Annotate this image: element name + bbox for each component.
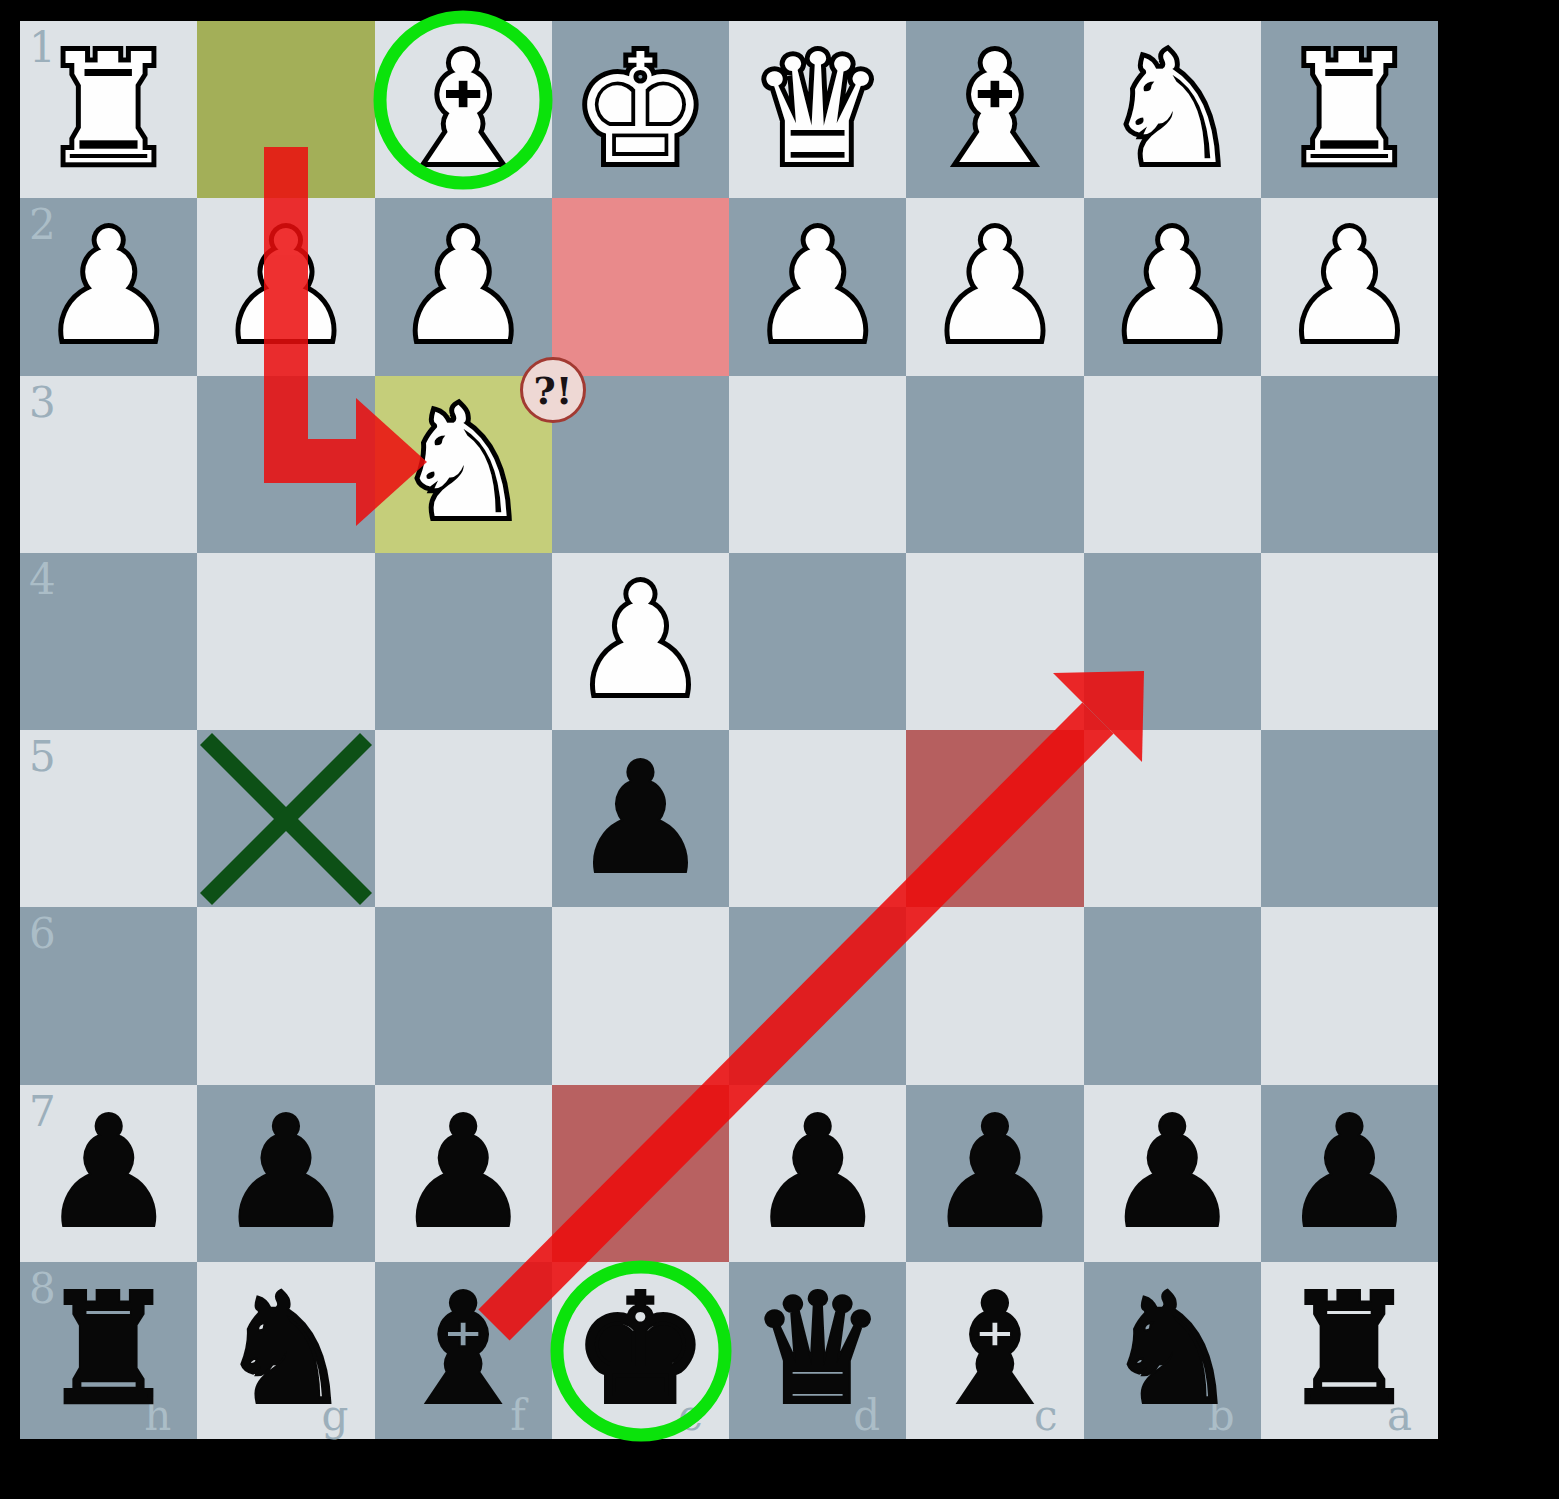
black-pawn-e5[interactable]: ♟ — [552, 730, 729, 907]
square-h3[interactable]: 3 — [20, 376, 197, 553]
square-e8[interactable]: e♚ — [552, 1262, 729, 1439]
square-g3[interactable] — [197, 376, 374, 553]
black-king-e8[interactable]: ♚ — [552, 1262, 729, 1439]
square-f2[interactable]: ♟ — [375, 198, 552, 375]
square-e1[interactable]: ♚ — [552, 21, 729, 198]
square-c4[interactable] — [906, 553, 1083, 730]
square-f7[interactable]: ♟ — [375, 1085, 552, 1262]
white-bishop-c1[interactable]: ♝ — [906, 21, 1083, 198]
rank-label-3: 3 — [29, 382, 56, 424]
rank-label-4: 4 — [29, 559, 56, 601]
chess-analysis-stage: 1♜♝♚♛♝♞♜2♟♟♟♟♟♟♟3♞4♟5♟67♟♟♟♟♟♟♟8h♜g♞f♝e♚… — [0, 0, 1559, 1499]
square-c8[interactable]: c♝ — [906, 1262, 1083, 1439]
square-b5[interactable] — [1084, 730, 1261, 907]
square-c3[interactable] — [906, 376, 1083, 553]
square-b6[interactable] — [1084, 907, 1261, 1084]
white-rook-h1[interactable]: ♜ — [20, 21, 197, 198]
rank-label-6: 6 — [29, 913, 56, 955]
square-h1[interactable]: 1♜ — [20, 21, 197, 198]
square-d4[interactable] — [729, 553, 906, 730]
square-d2[interactable]: ♟ — [729, 198, 906, 375]
white-bishop-f1[interactable]: ♝ — [375, 21, 552, 198]
square-h7[interactable]: 7♟ — [20, 1085, 197, 1262]
square-c1[interactable]: ♝ — [906, 21, 1083, 198]
move-annotation-badge: ?! — [520, 357, 586, 423]
square-f5[interactable] — [375, 730, 552, 907]
black-bishop-f8[interactable]: ♝ — [375, 1262, 552, 1439]
square-g6[interactable] — [197, 907, 374, 1084]
square-a6[interactable] — [1261, 907, 1438, 1084]
white-pawn-g2[interactable]: ♟ — [197, 198, 374, 375]
black-rook-h8[interactable]: ♜ — [20, 1262, 197, 1439]
black-pawn-d7[interactable]: ♟ — [729, 1085, 906, 1262]
black-pawn-c7[interactable]: ♟ — [906, 1085, 1083, 1262]
black-pawn-g7[interactable]: ♟ — [197, 1085, 374, 1262]
black-knight-g8[interactable]: ♞ — [197, 1262, 374, 1439]
white-pawn-b2[interactable]: ♟ — [1084, 198, 1261, 375]
black-bishop-c8[interactable]: ♝ — [906, 1262, 1083, 1439]
chess-board: 1♜♝♚♛♝♞♜2♟♟♟♟♟♟♟3♞4♟5♟67♟♟♟♟♟♟♟8h♜g♞f♝e♚… — [20, 21, 1438, 1439]
square-h6[interactable]: 6 — [20, 907, 197, 1084]
square-e4[interactable]: ♟ — [552, 553, 729, 730]
black-queen-d8[interactable]: ♛ — [729, 1262, 906, 1439]
rank-label-5: 5 — [29, 736, 56, 778]
square-d1[interactable]: ♛ — [729, 21, 906, 198]
square-a2[interactable]: ♟ — [1261, 198, 1438, 375]
square-e2[interactable] — [552, 198, 729, 375]
square-c2[interactable]: ♟ — [906, 198, 1083, 375]
square-b1[interactable]: ♞ — [1084, 21, 1261, 198]
white-pawn-d2[interactable]: ♟ — [729, 198, 906, 375]
white-pawn-c2[interactable]: ♟ — [906, 198, 1083, 375]
square-d5[interactable] — [729, 730, 906, 907]
square-c7[interactable]: ♟ — [906, 1085, 1083, 1262]
square-d3[interactable] — [729, 376, 906, 553]
white-knight-b1[interactable]: ♞ — [1084, 21, 1261, 198]
black-pawn-f7[interactable]: ♟ — [375, 1085, 552, 1262]
white-pawn-a2[interactable]: ♟ — [1261, 198, 1438, 375]
black-pawn-b7[interactable]: ♟ — [1084, 1085, 1261, 1262]
square-d8[interactable]: d♛ — [729, 1262, 906, 1439]
square-f6[interactable] — [375, 907, 552, 1084]
square-f1[interactable]: ♝ — [375, 21, 552, 198]
black-knight-b8[interactable]: ♞ — [1084, 1262, 1261, 1439]
white-pawn-h2[interactable]: ♟ — [20, 198, 197, 375]
black-pawn-h7[interactable]: ♟ — [20, 1085, 197, 1262]
square-b7[interactable]: ♟ — [1084, 1085, 1261, 1262]
square-g1[interactable] — [197, 21, 374, 198]
black-pawn-a7[interactable]: ♟ — [1261, 1085, 1438, 1262]
square-g8[interactable]: g♞ — [197, 1262, 374, 1439]
square-h8[interactable]: 8h♜ — [20, 1262, 197, 1439]
square-b2[interactable]: ♟ — [1084, 198, 1261, 375]
square-a8[interactable]: a♜ — [1261, 1262, 1438, 1439]
square-a3[interactable] — [1261, 376, 1438, 553]
square-f4[interactable] — [375, 553, 552, 730]
square-e7[interactable] — [552, 1085, 729, 1262]
square-e6[interactable] — [552, 907, 729, 1084]
square-b4[interactable] — [1084, 553, 1261, 730]
square-g4[interactable] — [197, 553, 374, 730]
square-d7[interactable]: ♟ — [729, 1085, 906, 1262]
square-g5[interactable] — [197, 730, 374, 907]
white-pawn-f2[interactable]: ♟ — [375, 198, 552, 375]
white-rook-a1[interactable]: ♜ — [1261, 21, 1438, 198]
square-a5[interactable] — [1261, 730, 1438, 907]
square-e5[interactable]: ♟ — [552, 730, 729, 907]
black-rook-a8[interactable]: ♜ — [1261, 1262, 1438, 1439]
square-b8[interactable]: b♞ — [1084, 1262, 1261, 1439]
white-queen-d1[interactable]: ♛ — [729, 21, 906, 198]
white-pawn-e4[interactable]: ♟ — [552, 553, 729, 730]
square-g2[interactable]: ♟ — [197, 198, 374, 375]
square-h4[interactable]: 4 — [20, 553, 197, 730]
square-a4[interactable] — [1261, 553, 1438, 730]
square-d6[interactable] — [729, 907, 906, 1084]
square-h5[interactable]: 5 — [20, 730, 197, 907]
square-a1[interactable]: ♜ — [1261, 21, 1438, 198]
square-f8[interactable]: f♝ — [375, 1262, 552, 1439]
square-c6[interactable] — [906, 907, 1083, 1084]
square-c5[interactable] — [906, 730, 1083, 907]
white-king-e1[interactable]: ♚ — [552, 21, 729, 198]
square-g7[interactable]: ♟ — [197, 1085, 374, 1262]
square-b3[interactable] — [1084, 376, 1261, 553]
square-h2[interactable]: 2♟ — [20, 198, 197, 375]
square-a7[interactable]: ♟ — [1261, 1085, 1438, 1262]
